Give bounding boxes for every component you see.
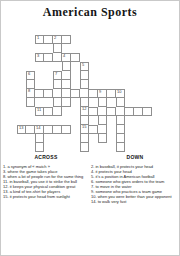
page-title: American Sports [1, 5, 179, 20]
grid-cell-r6c2[interactable] [35, 89, 44, 98]
grid-cell-r0c5[interactable] [62, 35, 71, 44]
grid-cell-r8c11[interactable] [116, 107, 125, 116]
grid-cell-r7c11[interactable] [116, 98, 125, 107]
clue-number-10: 10 [117, 90, 121, 94]
grid-cell-r0c2[interactable]: 1 [35, 35, 44, 44]
across-clue-text: it protects your head from sunlight [10, 194, 70, 199]
down-clue-text: to walk very fast [98, 199, 127, 204]
grid-cell-r7c9[interactable] [98, 98, 107, 107]
grid-cell-r0c3[interactable] [44, 35, 53, 44]
grid-cell-r9c9[interactable] [98, 116, 107, 125]
grid-cell-r5c5[interactable] [62, 80, 71, 89]
grid-cell-r8c3[interactable] [44, 107, 53, 116]
across-clue-15: 15. it protects your head from sunlight [3, 194, 89, 199]
down-clue-number: 14. [91, 199, 98, 204]
clue-number-3: 3 [37, 54, 39, 58]
grid-cell-r6c11[interactable]: 10 [116, 89, 125, 98]
grid-cell-r10c9[interactable] [98, 125, 107, 134]
grid-cell-r8c7[interactable]: 12 [80, 107, 89, 116]
grid-cell-r5c7[interactable] [80, 80, 89, 89]
grid-cell-r12c2[interactable] [35, 143, 44, 152]
grid-cell-r6c6[interactable] [71, 89, 80, 98]
grid-cell-r6c5[interactable] [62, 89, 71, 98]
grid-cell-r7c5[interactable] [62, 98, 71, 107]
grid-cell-r10c4[interactable] [53, 125, 62, 134]
across-clue-number: 15. [3, 194, 10, 199]
clue-number-12: 12 [82, 107, 86, 111]
down-header: DOWN [91, 154, 179, 160]
grid-cell-r6c10[interactable] [107, 89, 116, 98]
grid-cell-r10c1[interactable] [26, 125, 35, 134]
grid-cell-r10c0[interactable]: 13 [17, 125, 26, 134]
grid-cell-r5c4[interactable] [53, 80, 62, 89]
clue-number-7: 7 [55, 72, 57, 76]
across-clue-list: 1. a synonym of « match »3. where the ga… [3, 164, 89, 199]
down-clue-14: 14. to walk very fast [91, 199, 179, 204]
clue-number-11: 11 [37, 108, 41, 112]
clue-number-14: 14 [36, 126, 40, 130]
across-clues-section: ACROSS 1. a synonym of « match »3. where… [3, 154, 89, 199]
grid-cell-r8c8[interactable] [89, 107, 98, 116]
grid-cell-r4c7[interactable] [80, 71, 89, 80]
grid-cell-r4c5[interactable] [62, 71, 71, 80]
grid-cell-r4c1[interactable]: 6 [26, 71, 35, 80]
grid-cell-r2c5[interactable]: 4 [62, 53, 71, 62]
grid-cell-r11c7[interactable] [80, 134, 89, 143]
grid-cell-r6c3[interactable] [44, 89, 53, 98]
grid-cell-r8c14[interactable] [143, 107, 152, 116]
clue-number-9: 9 [99, 90, 101, 94]
clue-number-13: 13 [19, 126, 23, 130]
grid-cell-r11c9[interactable] [98, 134, 107, 143]
clue-number-4: 4 [63, 54, 65, 58]
grid-cell-r4c4[interactable]: 7 [53, 71, 62, 80]
grid-cell-r11c11[interactable] [116, 134, 125, 143]
grid-cell-r6c7[interactable] [80, 89, 89, 98]
clue-number-6: 6 [28, 72, 30, 76]
grid-cell-r8c12[interactable] [125, 107, 134, 116]
grid-cell-r10c11[interactable] [116, 125, 125, 134]
grid-cell-r9c11[interactable] [116, 116, 125, 125]
grid-cell-r10c3[interactable] [44, 125, 53, 134]
grid-cell-r6c4[interactable] [53, 89, 62, 98]
grid-cell-r11c2[interactable] [35, 134, 44, 143]
down-clue-list: 2. in baseball, it protects your head4. … [91, 164, 179, 204]
grid-cell-r7c1[interactable] [26, 98, 35, 107]
grid-cell-r8c9[interactable] [98, 107, 107, 116]
grid-cell-r8c4[interactable] [53, 107, 62, 116]
grid-cell-r10c2[interactable]: 14 [35, 125, 44, 134]
grid-cell-r8c2[interactable]: 11 [35, 107, 44, 116]
grid-cell-r10c8[interactable] [89, 125, 98, 134]
grid-cell-r8c10[interactable] [107, 107, 116, 116]
grid-cell-r6c9[interactable]: 9 [98, 89, 107, 98]
clue-number-1: 1 [37, 36, 39, 40]
grid-cell-r6c8[interactable] [89, 89, 98, 98]
clue-number-2: 2 [54, 36, 56, 40]
grid-cell-r8c13[interactable] [134, 107, 143, 116]
grid-cell-r2c2[interactable]: 3 [35, 53, 44, 62]
grid-cell-r2c3[interactable] [44, 53, 53, 62]
clue-number-15: 15 [82, 125, 86, 129]
down-clues-section: DOWN 2. in baseball, it protects your he… [91, 154, 179, 204]
grid-cell-r12c11[interactable] [116, 143, 125, 152]
grid-cell-r7c4[interactable] [53, 98, 62, 107]
clue-number-8: 8 [28, 89, 30, 93]
grid-cell-r1c4[interactable] [53, 44, 62, 53]
grid-cell-r6c1[interactable]: 8 [26, 89, 35, 98]
grid-cell-r10c7[interactable]: 15 [80, 125, 89, 134]
grid-cell-r0c4[interactable]: 2 [53, 35, 62, 44]
across-header: ACROSS [3, 154, 89, 160]
grid-cell-r3c5[interactable] [62, 62, 71, 71]
grid-cell-r12c7[interactable] [80, 143, 89, 152]
grid-cell-r10c5[interactable] [62, 125, 71, 134]
grid-cell-r2c4[interactable] [53, 53, 62, 62]
worksheet-page: American Sports 123456789101112131415 AC… [0, 0, 180, 256]
crossword-grid: 123456789101112131415 [17, 35, 153, 153]
grid-cell-r2c6[interactable] [71, 53, 80, 62]
grid-cell-r3c7[interactable]: 5 [80, 62, 89, 71]
clue-number-5: 5 [82, 63, 84, 67]
